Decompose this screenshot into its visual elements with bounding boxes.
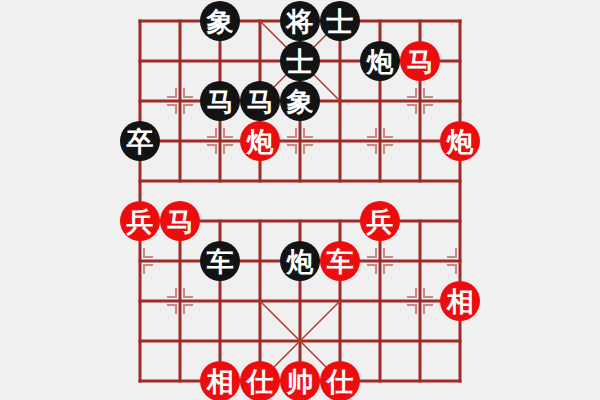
piece-red-elephant[interactable]: 相 — [440, 281, 480, 321]
piece-red-elephant[interactable]: 相 — [200, 361, 240, 400]
piece-black-cannon[interactable]: 炮 — [280, 241, 320, 281]
piece-red-advisor[interactable]: 仕 — [240, 361, 280, 400]
piece-red-pawn[interactable]: 兵 — [120, 201, 160, 241]
piece-red-cannon[interactable]: 炮 — [440, 121, 480, 161]
piece-layer: 象将士士炮马马马象卒炮炮兵马兵车炮车相相仕帅仕 — [120, 1, 480, 400]
piece-black-elephant[interactable]: 象 — [280, 81, 320, 121]
piece-black-elephant[interactable]: 象 — [200, 1, 240, 41]
piece-red-general[interactable]: 帅 — [280, 361, 320, 400]
piece-red-chariot[interactable]: 车 — [320, 241, 360, 281]
app-background: { "game": "xiangqi", "position": { "fen"… — [0, 0, 600, 400]
piece-red-horse[interactable]: 马 — [160, 201, 200, 241]
piece-black-chariot[interactable]: 车 — [200, 241, 240, 281]
piece-black-horse[interactable]: 马 — [200, 81, 240, 121]
piece-red-pawn[interactable]: 兵 — [360, 201, 400, 241]
piece-black-cannon[interactable]: 炮 — [360, 41, 400, 81]
piece-red-cannon[interactable]: 炮 — [240, 121, 280, 161]
piece-black-horse[interactable]: 马 — [240, 81, 280, 121]
piece-red-advisor[interactable]: 仕 — [320, 361, 360, 400]
piece-black-pawn[interactable]: 卒 — [120, 121, 160, 161]
piece-black-advisor[interactable]: 士 — [320, 1, 360, 41]
xiangqi-board: 象将士士炮马马马象卒炮炮兵马兵车炮车相相仕帅仕 — [120, 1, 480, 400]
piece-black-general[interactable]: 将 — [280, 1, 320, 41]
piece-red-horse[interactable]: 马 — [400, 41, 440, 81]
piece-black-advisor[interactable]: 士 — [280, 41, 320, 81]
